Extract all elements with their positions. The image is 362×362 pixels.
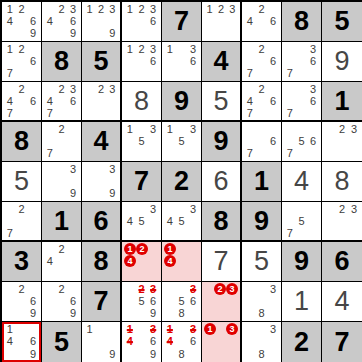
empty-candidate-slot <box>136 203 148 215</box>
candidate-5: 5 <box>136 135 148 147</box>
cell-r8c7[interactable]: 38 <box>242 282 282 322</box>
candidate-9: 9 <box>107 348 118 361</box>
candidate-6: 6 <box>267 15 279 27</box>
empty-candidate-slot <box>16 348 28 361</box>
cell-r2c6[interactable]: 4 <box>202 42 242 82</box>
empty-candidate-slot <box>56 163 68 175</box>
candidate-4: 4 <box>164 215 176 227</box>
empty-candidate-slot <box>256 28 268 40</box>
empty-candidate-slot <box>44 163 56 175</box>
empty-candidate-slot <box>176 336 188 349</box>
cell-r7c4[interactable]: 124 <box>122 242 162 282</box>
cell-r2c1[interactable]: 1267 <box>2 42 42 82</box>
empty-candidate-slot <box>95 15 106 27</box>
empty-candidate-slot <box>44 3 56 15</box>
candidate-1: 1 <box>84 323 95 336</box>
candidate-1: 1 <box>4 3 16 15</box>
candidate-6: 6 <box>147 336 159 349</box>
cell-r5c4[interactable]: 7 <box>122 162 162 202</box>
candidate-3: 3 <box>67 163 79 175</box>
cell-r9c2[interactable]: 5 <box>42 322 82 362</box>
cell-r2c8[interactable]: 367 <box>282 42 322 82</box>
empty-candidate-slot <box>56 148 68 160</box>
given-digit: 4 <box>82 122 120 161</box>
cell-r5c8[interactable]: 4 <box>282 162 322 202</box>
cell-r6c2[interactable]: 1 <box>42 202 82 242</box>
empty-candidate-slot <box>216 336 226 349</box>
candidate-2: 2 <box>56 3 68 15</box>
candidate-slot: 4 <box>164 255 176 267</box>
empty-candidate-slot <box>215 28 226 40</box>
empty-candidate-slot <box>84 15 95 27</box>
cell-r9c1[interactable]: 1469 <box>2 322 42 362</box>
candidate-grid: 67 <box>242 122 281 161</box>
empty-candidate-slot <box>44 188 56 200</box>
candidate-slot: 1 <box>204 323 216 336</box>
cell-r1c2[interactable]: 23469 <box>42 2 82 42</box>
empty-candidate-slot <box>176 55 188 67</box>
cell-r4c7[interactable]: 67 <box>242 122 282 162</box>
cell-r8c5[interactable]: 3568 <box>162 282 202 322</box>
cell-r7c7[interactable]: 5 <box>242 242 282 282</box>
candidate-6: 6 <box>147 15 159 27</box>
empty-candidate-slot <box>107 175 118 187</box>
candidate-2: 2 <box>16 83 28 95</box>
cell-r4c9[interactable]: 23 <box>322 122 362 162</box>
candidate-1: 1 <box>124 43 136 55</box>
empty-candidate-slot <box>176 68 188 80</box>
cell-r5c9[interactable]: 8 <box>322 162 362 202</box>
cell-r7c1[interactable]: 3 <box>2 242 42 282</box>
empty-candidate-slot <box>44 283 56 295</box>
empty-candidate-slot <box>27 3 39 15</box>
empty-candidate-slot <box>267 3 279 15</box>
cell-r6c5[interactable]: 345 <box>162 202 202 242</box>
cell-r1c3[interactable]: 1239 <box>82 2 122 42</box>
candidate-8: 8 <box>256 348 268 361</box>
cell-r9c9[interactable]: 7 <box>322 322 362 362</box>
given-digit: 5 <box>82 42 120 81</box>
cell-r8c4[interactable]: 23569 <box>122 282 162 322</box>
cell-r2c4[interactable]: 1236 <box>122 42 162 82</box>
empty-candidate-slot <box>215 15 226 27</box>
cell-r1c1[interactable]: 12469 <box>2 2 42 42</box>
candidate-grid: 27 <box>2 202 41 240</box>
candidate-6: 6 <box>187 55 199 67</box>
candidate-3: 3 <box>147 123 159 135</box>
empty-candidate-slot <box>136 255 148 267</box>
empty-candidate-slot <box>67 107 79 119</box>
candidate-9: 9 <box>107 28 118 40</box>
cell-r3c8[interactable]: 367 <box>282 82 322 122</box>
empty-candidate-slot <box>244 55 256 67</box>
candidate-grid: 2467 <box>242 82 281 120</box>
cell-r5c2[interactable]: 39 <box>42 162 82 202</box>
cell-r6c6[interactable]: 8 <box>202 202 242 242</box>
empty-candidate-slot <box>176 227 188 239</box>
empty-candidate-slot <box>56 28 68 40</box>
candidate-grid: 1236 <box>122 42 161 81</box>
candidate-3: 3 <box>307 43 319 55</box>
empty-candidate-slot <box>284 43 296 55</box>
eliminated-candidate-3: 3 <box>147 323 159 336</box>
empty-candidate-slot <box>136 15 148 27</box>
empty-candidate-slot <box>136 68 148 80</box>
cell-r3c4[interactable]: 8 <box>122 82 162 122</box>
empty-candidate-slot <box>348 227 360 239</box>
cell-r1c8[interactable]: 8 <box>282 2 322 42</box>
candidate-slot: 3 <box>226 323 238 336</box>
cell-r8c8[interactable]: 1 <box>282 282 322 322</box>
empty-candidate-slot <box>27 43 39 55</box>
cell-r4c4[interactable]: 135 <box>122 122 162 162</box>
cell-r2c9[interactable]: 9 <box>322 42 362 82</box>
empty-candidate-slot <box>4 215 16 227</box>
empty-candidate-slot <box>124 348 136 361</box>
cell-r6c7[interactable]: 9 <box>242 202 282 242</box>
eliminated-candidate-4: 4 <box>164 336 176 349</box>
cell-r3c7[interactable]: 2467 <box>242 82 282 122</box>
candidate-9: 9 <box>27 28 39 40</box>
candidate-5: 5 <box>296 135 308 147</box>
candidate-6: 6 <box>27 15 39 27</box>
empty-candidate-slot <box>16 323 28 336</box>
empty-candidate-slot <box>296 95 308 107</box>
candidate-grid: 13468 <box>162 322 201 362</box>
empty-candidate-slot <box>164 268 176 280</box>
empty-candidate-slot <box>56 308 68 320</box>
solved-digit: 8 <box>122 82 161 120</box>
candidate-8: 8 <box>176 308 188 320</box>
candidate-grid: 246 <box>242 2 281 41</box>
empty-candidate-slot <box>267 28 279 40</box>
candidate-6: 6 <box>267 135 279 147</box>
cell-r3c3[interactable]: 23 <box>82 82 122 122</box>
cell-r4c2[interactable]: 27 <box>42 122 82 162</box>
empty-candidate-slot <box>227 15 238 27</box>
cell-r7c2[interactable]: 24 <box>42 242 82 282</box>
empty-candidate-slot <box>307 148 319 160</box>
empty-candidate-slot <box>84 28 95 40</box>
cell-r9c5[interactable]: 13468 <box>162 322 202 362</box>
empty-candidate-slot <box>164 55 176 67</box>
empty-candidate-slot <box>147 215 159 227</box>
cell-r5c3[interactable]: 39 <box>82 162 122 202</box>
empty-candidate-slot <box>44 308 56 320</box>
highlighted-candidate-1: 1 <box>164 243 176 255</box>
solved-digit: 4 <box>322 282 362 321</box>
empty-candidate-slot <box>27 68 39 80</box>
empty-candidate-slot <box>187 215 199 227</box>
cell-r8c3[interactable]: 7 <box>82 282 122 322</box>
empty-candidate-slot <box>244 3 256 15</box>
cell-r1c9[interactable]: 5 <box>322 2 362 42</box>
given-digit: 5 <box>322 2 362 41</box>
empty-candidate-slot <box>136 336 148 349</box>
candidate-9: 9 <box>67 188 79 200</box>
cell-r7c6[interactable]: 7 <box>202 242 242 282</box>
empty-candidate-slot <box>136 308 148 320</box>
cell-r4c5[interactable]: 135 <box>162 122 202 162</box>
given-digit: 4 <box>202 42 240 81</box>
empty-candidate-slot <box>44 28 56 40</box>
empty-candidate-slot <box>267 107 279 119</box>
empty-candidate-slot <box>256 107 268 119</box>
empty-candidate-slot <box>267 336 279 349</box>
given-digit: 7 <box>82 282 120 321</box>
empty-candidate-slot <box>256 95 268 107</box>
highlighted-candidate-4: 4 <box>124 255 136 267</box>
cell-r6c3[interactable]: 6 <box>82 202 122 242</box>
cell-r7c8[interactable]: 9 <box>282 242 322 282</box>
empty-candidate-slot <box>256 123 268 135</box>
cell-r2c7[interactable]: 267 <box>242 42 282 82</box>
empty-candidate-slot <box>4 308 16 320</box>
cell-r2c2[interactable]: 8 <box>42 42 82 82</box>
empty-candidate-slot <box>107 336 118 349</box>
candidate-7: 7 <box>284 107 296 119</box>
empty-candidate-slot <box>67 243 79 255</box>
empty-candidate-slot <box>204 15 215 27</box>
candidate-9: 9 <box>67 28 79 40</box>
candidate-grid: 1236 <box>122 2 161 41</box>
empty-candidate-slot <box>56 135 68 147</box>
empty-candidate-slot <box>256 148 268 160</box>
candidate-grid: 14 <box>162 242 201 281</box>
empty-candidate-slot <box>124 148 136 160</box>
candidate-7: 7 <box>284 227 296 239</box>
candidate-3: 3 <box>147 43 159 55</box>
candidate-6: 6 <box>187 336 199 349</box>
empty-candidate-slot <box>44 175 56 187</box>
cell-r9c6[interactable]: 13 <box>202 322 242 362</box>
candidate-3: 3 <box>67 83 79 95</box>
candidate-grid: 23569 <box>122 282 161 321</box>
empty-candidate-slot <box>147 135 159 147</box>
highlighted-candidate-3: 3 <box>226 323 238 335</box>
empty-candidate-slot <box>44 243 56 255</box>
empty-candidate-slot <box>44 123 56 135</box>
cell-r5c6[interactable]: 6 <box>202 162 242 202</box>
empty-candidate-slot <box>307 68 319 80</box>
candidate-6: 6 <box>267 95 279 107</box>
empty-candidate-slot <box>124 135 136 147</box>
cell-r3c9[interactable]: 1 <box>322 82 362 122</box>
empty-candidate-slot <box>336 148 348 160</box>
empty-candidate-slot <box>16 308 28 320</box>
cell-r9c7[interactable]: 38 <box>242 322 282 362</box>
cell-r2c3[interactable]: 5 <box>82 42 122 82</box>
candidate-grid: 23 <box>322 122 362 161</box>
cell-r4c8[interactable]: 567 <box>282 122 322 162</box>
empty-candidate-slot <box>214 295 226 307</box>
empty-candidate-slot <box>176 283 188 295</box>
candidate-4: 4 <box>244 15 256 27</box>
empty-candidate-slot <box>16 107 28 119</box>
empty-candidate-slot <box>296 68 308 80</box>
cell-r6c1[interactable]: 27 <box>2 202 42 242</box>
cell-r1c4[interactable]: 1236 <box>122 2 162 42</box>
cell-r5c1[interactable]: 5 <box>2 162 42 202</box>
cell-r1c6[interactable]: 123 <box>202 2 242 42</box>
cell-r7c5[interactable]: 14 <box>162 242 202 282</box>
empty-candidate-slot <box>95 323 106 336</box>
candidate-4: 4 <box>44 15 56 27</box>
empty-candidate-slot <box>148 255 159 267</box>
empty-candidate-slot <box>164 348 176 361</box>
cell-r3c5[interactable]: 9 <box>162 82 202 122</box>
candidate-6: 6 <box>307 135 319 147</box>
cell-r9c8[interactable]: 2 <box>282 322 322 362</box>
empty-candidate-slot <box>16 215 28 227</box>
empty-candidate-slot <box>188 243 200 255</box>
candidate-2: 2 <box>56 243 68 255</box>
candidate-1: 1 <box>124 123 136 135</box>
candidate-7: 7 <box>244 107 256 119</box>
empty-candidate-slot <box>324 123 336 135</box>
given-digit: 8 <box>42 42 81 81</box>
empty-candidate-slot <box>95 348 106 361</box>
empty-candidate-slot <box>147 28 159 40</box>
cell-r2c5[interactable]: 136 <box>162 42 202 82</box>
candidate-6: 6 <box>307 95 319 107</box>
candidate-slot: 3 <box>226 283 238 295</box>
given-digit: 6 <box>322 242 362 281</box>
empty-candidate-slot <box>267 43 279 55</box>
candidate-4: 4 <box>124 215 136 227</box>
candidate-grid: 38 <box>242 282 281 321</box>
candidate-grid: 39 <box>42 162 81 201</box>
cell-r1c7[interactable]: 246 <box>242 2 282 42</box>
empty-candidate-slot <box>284 215 296 227</box>
empty-candidate-slot <box>307 107 319 119</box>
cell-r8c9[interactable]: 4 <box>322 282 362 322</box>
empty-candidate-slot <box>56 175 68 187</box>
candidate-2: 2 <box>256 83 268 95</box>
empty-candidate-slot <box>204 295 214 307</box>
candidate-1: 1 <box>164 43 176 55</box>
empty-candidate-slot <box>164 227 176 239</box>
eliminated-candidate-3: 3 <box>187 283 199 295</box>
empty-candidate-slot <box>27 203 39 215</box>
empty-candidate-slot <box>27 215 39 227</box>
candidate-slot: 1 <box>124 243 136 255</box>
solved-digit: 5 <box>202 82 240 120</box>
cell-r6c4[interactable]: 345 <box>122 202 162 242</box>
empty-candidate-slot <box>267 83 279 95</box>
empty-candidate-slot <box>244 123 256 135</box>
highlighted-candidate-2: 2 <box>214 283 226 295</box>
candidate-grid: 13 <box>202 322 240 362</box>
cell-r4c1[interactable]: 8 <box>2 122 42 162</box>
candidate-7: 7 <box>44 148 56 160</box>
eliminated-candidate-3: 3 <box>187 323 199 336</box>
candidate-slot: 2 <box>136 243 148 255</box>
cell-r8c1[interactable]: 269 <box>2 282 42 322</box>
empty-candidate-slot <box>226 336 238 349</box>
highlighted-candidate-1: 1 <box>124 243 136 255</box>
empty-candidate-slot <box>67 268 79 280</box>
cell-r3c2[interactable]: 23467 <box>42 82 82 122</box>
empty-candidate-slot <box>204 348 216 361</box>
candidate-grid: 124 <box>122 242 161 281</box>
empty-candidate-slot <box>164 135 176 147</box>
cell-r8c6[interactable]: 23 <box>202 282 242 322</box>
candidate-3: 3 <box>107 163 118 175</box>
cell-r3c1[interactable]: 2467 <box>2 82 42 122</box>
cell-r3c6[interactable]: 5 <box>202 82 242 122</box>
empty-candidate-slot <box>95 107 106 119</box>
cell-r5c5[interactable]: 2 <box>162 162 202 202</box>
empty-candidate-slot <box>107 323 118 336</box>
cell-r7c3[interactable]: 8 <box>82 242 122 282</box>
eliminated-candidate-1: 1 <box>164 323 176 336</box>
candidate-grid: 23 <box>82 82 120 120</box>
candidate-grid: 123 <box>202 2 240 41</box>
candidate-1: 1 <box>4 43 16 55</box>
empty-candidate-slot <box>56 15 68 27</box>
candidate-grid: 269 <box>42 282 81 321</box>
candidate-7: 7 <box>284 68 296 80</box>
eliminated-candidate-3: 3 <box>147 283 159 295</box>
empty-candidate-slot <box>296 83 308 95</box>
candidate-3: 3 <box>267 323 279 336</box>
cell-r8c2[interactable]: 269 <box>42 282 82 322</box>
sudoku-board: 1246923469123912367123246851267851236136… <box>0 0 362 362</box>
empty-candidate-slot <box>107 95 118 107</box>
cell-r6c8[interactable]: 57 <box>282 202 322 242</box>
cell-r5c7[interactable]: 1 <box>242 162 282 202</box>
empty-candidate-slot <box>147 148 159 160</box>
candidate-3: 3 <box>67 3 79 15</box>
cell-r9c4[interactable]: 13469 <box>122 322 162 362</box>
candidate-6: 6 <box>27 336 39 349</box>
empty-candidate-slot <box>187 135 199 147</box>
empty-candidate-slot <box>296 203 308 215</box>
empty-candidate-slot <box>176 255 188 267</box>
given-digit: 1 <box>322 82 362 120</box>
empty-candidate-slot <box>56 295 68 307</box>
empty-candidate-slot <box>336 215 348 227</box>
candidate-7: 7 <box>4 107 16 119</box>
cell-r9c3[interactable]: 19 <box>82 322 122 362</box>
empty-candidate-slot <box>84 107 95 119</box>
candidate-3: 3 <box>348 123 360 135</box>
cell-r6c9[interactable]: 23 <box>322 202 362 242</box>
empty-candidate-slot <box>267 308 279 320</box>
cell-r7c9[interactable]: 6 <box>322 242 362 282</box>
empty-candidate-slot <box>284 95 296 107</box>
cell-r4c6[interactable]: 9 <box>202 122 242 162</box>
cell-r4c3[interactable]: 4 <box>82 122 122 162</box>
empty-candidate-slot <box>176 323 188 336</box>
candidate-7: 7 <box>284 148 296 160</box>
cell-r1c5[interactable]: 7 <box>162 2 202 42</box>
candidate-7: 7 <box>244 68 256 80</box>
empty-candidate-slot <box>307 215 319 227</box>
empty-candidate-slot <box>4 55 16 67</box>
empty-candidate-slot <box>244 83 256 95</box>
empty-candidate-slot <box>176 43 188 55</box>
candidate-slot: 4 <box>124 255 136 267</box>
candidate-grid: 12469 <box>2 2 41 41</box>
empty-candidate-slot <box>16 336 28 349</box>
empty-candidate-slot <box>176 203 188 215</box>
eliminated-candidate-2: 2 <box>136 283 148 295</box>
candidate-7: 7 <box>4 227 16 239</box>
empty-candidate-slot <box>95 163 106 175</box>
candidate-3: 3 <box>107 3 118 15</box>
